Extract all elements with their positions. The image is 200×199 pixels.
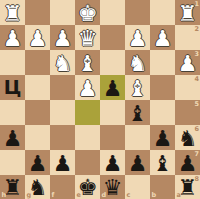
square-d7[interactable]: ♟	[100, 150, 125, 175]
black-bishop-piece[interactable]: ♝	[153, 152, 173, 174]
square-e1[interactable]: ♚	[75, 0, 100, 25]
rank-label-2: 2	[194, 26, 199, 33]
square-g2[interactable]: ♟	[25, 25, 50, 50]
square-b6[interactable]: ♟	[150, 125, 175, 150]
square-g6[interactable]	[25, 125, 50, 150]
square-d5[interactable]	[100, 100, 125, 125]
square-f2[interactable]: ♟	[50, 25, 75, 50]
white-pawn-piece[interactable]: ♟	[128, 27, 148, 49]
square-a4[interactable]: 4	[175, 75, 200, 100]
square-h6[interactable]: ♟	[0, 125, 25, 150]
white-knight-piece[interactable]: ♞	[128, 52, 148, 74]
square-c8[interactable]: c	[125, 175, 150, 199]
square-f8[interactable]: f	[50, 175, 75, 199]
white-pawn-piece[interactable]: ♟	[3, 27, 23, 49]
square-b8[interactable]: b	[150, 175, 175, 199]
file-label-e: e	[77, 192, 81, 199]
square-a8[interactable]: ♜a8	[175, 175, 200, 199]
rank-label-7: 7	[194, 151, 199, 158]
square-a2[interactable]: 2	[175, 25, 200, 50]
square-g3[interactable]	[25, 50, 50, 75]
rank-label-5: 5	[194, 101, 199, 108]
square-b4[interactable]	[150, 75, 175, 100]
square-f7[interactable]: ♟	[50, 150, 75, 175]
white-pawn-piece[interactable]: ♟	[28, 27, 48, 49]
file-label-c: c	[127, 192, 131, 199]
square-c3[interactable]: ♞	[125, 50, 150, 75]
square-d3[interactable]	[100, 50, 125, 75]
square-b5[interactable]	[150, 100, 175, 125]
file-label-d: d	[102, 192, 107, 199]
square-d4[interactable]: ♟	[100, 75, 125, 100]
square-e7[interactable]	[75, 150, 100, 175]
white-rook-piece[interactable]: ♜	[3, 2, 23, 24]
file-label-b: b	[152, 192, 157, 199]
black-pawn-piece[interactable]: ♟	[28, 152, 48, 174]
rank-label-4: 4	[194, 76, 199, 83]
white-bishop-piece[interactable]: ♝	[128, 77, 148, 99]
square-d2[interactable]	[100, 25, 125, 50]
file-label-g: g	[27, 192, 32, 199]
black-pawn-piece[interactable]: ♟	[103, 77, 123, 99]
square-c4[interactable]: ♝	[125, 75, 150, 100]
black-bishop-piece[interactable]: ♝	[128, 102, 148, 124]
square-a7[interactable]: ♟7	[175, 150, 200, 175]
square-a5[interactable]: 5	[175, 100, 200, 125]
square-e8[interactable]: ♚e	[75, 175, 100, 199]
square-c5[interactable]: ♝	[125, 100, 150, 125]
square-e5[interactable]	[75, 100, 100, 125]
square-e6[interactable]	[75, 125, 100, 150]
square-d8[interactable]: ♛d	[100, 175, 125, 199]
square-h5[interactable]	[0, 100, 25, 125]
file-label-a: a	[177, 192, 181, 199]
square-h3[interactable]	[0, 50, 25, 75]
white-pawn-piece[interactable]: ♟	[53, 27, 73, 49]
white-bishop-piece[interactable]: ♝	[78, 52, 98, 74]
rank-label-6: 6	[194, 126, 199, 133]
square-h8[interactable]: ♜h	[0, 175, 25, 199]
white-knight-piece[interactable]: ♞	[53, 52, 73, 74]
black-pawn-piece[interactable]: ♟	[153, 127, 173, 149]
square-b1[interactable]	[150, 0, 175, 25]
black-pawn-piece[interactable]: ♟	[3, 127, 23, 149]
square-c1[interactable]	[125, 0, 150, 25]
rank-label-3: 3	[194, 51, 199, 58]
white-queen-piece[interactable]: ♛	[78, 27, 98, 49]
square-c6[interactable]	[125, 125, 150, 150]
square-g5[interactable]	[25, 100, 50, 125]
square-g1[interactable]	[25, 0, 50, 25]
square-c2[interactable]: ♟	[125, 25, 150, 50]
square-g7[interactable]: ♟	[25, 150, 50, 175]
square-e3[interactable]: ♝	[75, 50, 100, 75]
black-pawn-piece[interactable]: ♟	[53, 152, 73, 174]
square-b7[interactable]: ♝	[150, 150, 175, 175]
square-f6[interactable]	[50, 125, 75, 150]
square-e2[interactable]: ♛	[75, 25, 100, 50]
square-a3[interactable]: ♟3	[175, 50, 200, 75]
square-h1[interactable]: ♜	[0, 0, 25, 25]
square-b2[interactable]: ♟	[150, 25, 175, 50]
square-h7[interactable]	[0, 150, 25, 175]
black-pawn-piece[interactable]: ♟	[103, 152, 123, 174]
rank-label-8: 8	[194, 176, 199, 183]
square-g8[interactable]: ♞g	[25, 175, 50, 199]
square-b3[interactable]	[150, 50, 175, 75]
square-h4[interactable]: Ц	[0, 75, 25, 100]
square-g4[interactable]	[25, 75, 50, 100]
file-label-h: h	[2, 192, 7, 199]
square-d6[interactable]	[100, 125, 125, 150]
square-a6[interactable]: ♞6	[175, 125, 200, 150]
square-a1[interactable]: ♜1	[175, 0, 200, 25]
file-label-f: f	[52, 192, 55, 199]
square-f4[interactable]	[50, 75, 75, 100]
white-king-piece[interactable]: ♚	[78, 2, 98, 24]
unknown-glyph-piece-h4[interactable]: Ц	[4, 78, 22, 97]
square-f3[interactable]: ♞	[50, 50, 75, 75]
white-pawn-piece[interactable]: ♟	[78, 77, 98, 99]
square-e4[interactable]: ♟	[75, 75, 100, 100]
square-f1[interactable]	[50, 0, 75, 25]
white-pawn-piece[interactable]: ♟	[153, 27, 173, 49]
square-f5[interactable]	[50, 100, 75, 125]
square-c7[interactable]: ♟	[125, 150, 150, 175]
black-pawn-piece[interactable]: ♟	[128, 152, 148, 174]
chess-board: ♜♚♜1♟♟♟♛♟♟2♞♝♞♟3Ц♟♟♝4♝5♟♟♞6♟♟♟♟♝♟7♜h♞gf♚…	[0, 0, 200, 199]
square-d1[interactable]	[100, 0, 125, 25]
rank-label-1: 1	[194, 1, 199, 8]
square-h2[interactable]: ♟	[0, 25, 25, 50]
